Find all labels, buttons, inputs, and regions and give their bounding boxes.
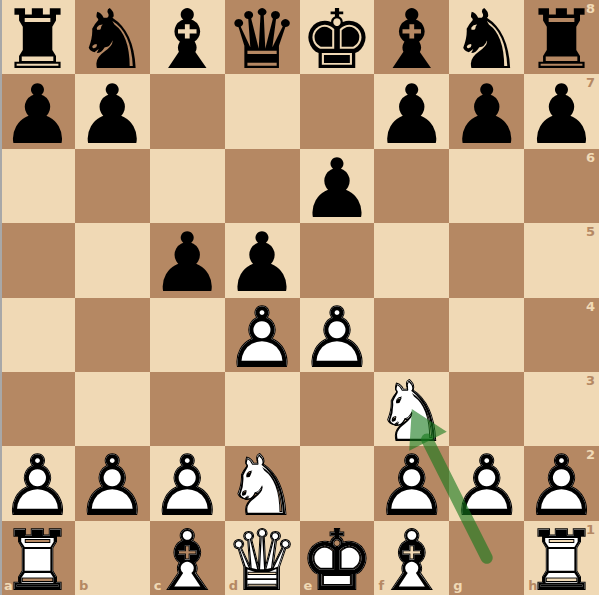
piece-outline-glyph: ♙ bbox=[75, 449, 150, 523]
square-a5[interactable] bbox=[0, 223, 75, 297]
square-d8[interactable]: ♛ bbox=[225, 0, 300, 74]
black-knight[interactable]: ♞ bbox=[449, 0, 524, 74]
square-a7[interactable]: ♟ bbox=[0, 74, 75, 148]
piece-glyph: ♟ bbox=[75, 77, 150, 151]
square-e5[interactable] bbox=[300, 223, 375, 297]
white-knight[interactable]: ♞♘ bbox=[374, 372, 449, 446]
black-knight[interactable]: ♞ bbox=[75, 0, 150, 74]
square-e8[interactable]: ♚ bbox=[300, 0, 375, 74]
piece-glyph: ♟ bbox=[524, 77, 599, 151]
black-rook[interactable]: ♜ bbox=[0, 0, 75, 74]
piece-outline-glyph: ♖ bbox=[0, 524, 75, 595]
square-f7[interactable]: ♟ bbox=[374, 74, 449, 148]
white-pawn[interactable]: ♟♙ bbox=[374, 446, 449, 520]
white-pawn[interactable]: ♟♙ bbox=[225, 298, 300, 372]
piece-glyph: ♟ bbox=[0, 449, 75, 523]
square-e1[interactable]: ♚♔ bbox=[300, 521, 375, 595]
square-b5[interactable] bbox=[75, 223, 150, 297]
piece-glyph: ♜ bbox=[0, 3, 75, 77]
square-f3[interactable]: ♞♘ bbox=[374, 372, 449, 446]
square-f2[interactable]: ♟♙ bbox=[374, 446, 449, 520]
square-g8[interactable]: ♞ bbox=[449, 0, 524, 74]
piece-glyph: ♟ bbox=[0, 77, 75, 151]
square-g6[interactable] bbox=[449, 149, 524, 223]
black-rook[interactable]: ♜ bbox=[524, 0, 599, 74]
square-f4[interactable] bbox=[374, 298, 449, 372]
piece-glyph: ♝ bbox=[374, 524, 449, 595]
square-d6[interactable] bbox=[225, 149, 300, 223]
square-b3[interactable] bbox=[75, 372, 150, 446]
square-h5[interactable] bbox=[524, 223, 599, 297]
piece-glyph: ♝ bbox=[150, 3, 225, 77]
square-g5[interactable] bbox=[449, 223, 524, 297]
square-a2[interactable]: ♟♙ bbox=[0, 446, 75, 520]
square-a6[interactable] bbox=[0, 149, 75, 223]
piece-glyph: ♞ bbox=[374, 375, 449, 449]
square-e6[interactable]: ♟ bbox=[300, 149, 375, 223]
white-king[interactable]: ♚♔ bbox=[300, 521, 375, 595]
piece-glyph: ♟ bbox=[150, 449, 225, 523]
square-b6[interactable] bbox=[75, 149, 150, 223]
square-g3[interactable] bbox=[449, 372, 524, 446]
square-a4[interactable] bbox=[0, 298, 75, 372]
square-d4[interactable]: ♟♙ bbox=[225, 298, 300, 372]
square-b1[interactable] bbox=[75, 521, 150, 595]
white-rook[interactable]: ♜♖ bbox=[524, 521, 599, 595]
white-pawn[interactable]: ♟♙ bbox=[449, 446, 524, 520]
piece-glyph: ♚ bbox=[300, 524, 375, 595]
piece-outline-glyph: ♘ bbox=[374, 375, 449, 449]
piece-glyph: ♟ bbox=[300, 152, 375, 226]
piece-glyph: ♟ bbox=[524, 449, 599, 523]
black-bishop[interactable]: ♝ bbox=[150, 0, 225, 74]
piece-glyph: ♟ bbox=[225, 301, 300, 375]
piece-glyph: ♜ bbox=[0, 524, 75, 595]
piece-outline-glyph: ♔ bbox=[300, 524, 375, 595]
square-d7[interactable] bbox=[225, 74, 300, 148]
white-pawn[interactable]: ♟♙ bbox=[75, 446, 150, 520]
piece-glyph: ♞ bbox=[225, 449, 300, 523]
piece-outline-glyph: ♗ bbox=[374, 524, 449, 595]
piece-glyph: ♜ bbox=[524, 3, 599, 77]
black-pawn[interactable]: ♟ bbox=[225, 223, 300, 297]
piece-glyph: ♚ bbox=[300, 3, 375, 77]
white-knight[interactable]: ♞♘ bbox=[225, 446, 300, 520]
square-g2[interactable]: ♟♙ bbox=[449, 446, 524, 520]
square-d5[interactable]: ♟ bbox=[225, 223, 300, 297]
piece-glyph: ♜ bbox=[524, 524, 599, 595]
square-c4[interactable] bbox=[150, 298, 225, 372]
square-f1[interactable]: ♝♗ bbox=[374, 521, 449, 595]
piece-glyph: ♟ bbox=[150, 226, 225, 300]
square-d3[interactable] bbox=[225, 372, 300, 446]
square-c2[interactable]: ♟♙ bbox=[150, 446, 225, 520]
piece-glyph: ♝ bbox=[374, 3, 449, 77]
square-a3[interactable] bbox=[0, 372, 75, 446]
square-g1[interactable] bbox=[449, 521, 524, 595]
square-b8[interactable]: ♞ bbox=[75, 0, 150, 74]
square-h1[interactable]: ♜♖ bbox=[524, 521, 599, 595]
square-f6[interactable] bbox=[374, 149, 449, 223]
piece-outline-glyph: ♙ bbox=[374, 449, 449, 523]
square-e7[interactable] bbox=[300, 74, 375, 148]
square-h7[interactable]: ♟ bbox=[524, 74, 599, 148]
square-f8[interactable]: ♝ bbox=[374, 0, 449, 74]
piece-glyph: ♟ bbox=[300, 301, 375, 375]
black-pawn[interactable]: ♟ bbox=[150, 223, 225, 297]
piece-outline-glyph: ♗ bbox=[150, 524, 225, 595]
square-g7[interactable]: ♟ bbox=[449, 74, 524, 148]
square-c5[interactable]: ♟ bbox=[150, 223, 225, 297]
piece-outline-glyph: ♙ bbox=[524, 449, 599, 523]
black-pawn[interactable]: ♟ bbox=[300, 149, 375, 223]
square-a1[interactable]: ♜♖ bbox=[0, 521, 75, 595]
square-a8[interactable]: ♜ bbox=[0, 0, 75, 74]
piece-outline-glyph: ♙ bbox=[150, 449, 225, 523]
black-pawn[interactable]: ♟ bbox=[449, 74, 524, 148]
piece-outline-glyph: ♘ bbox=[225, 449, 300, 523]
square-e2[interactable] bbox=[300, 446, 375, 520]
white-bishop[interactable]: ♝♗ bbox=[374, 521, 449, 595]
piece-glyph: ♞ bbox=[449, 3, 524, 77]
square-g4[interactable] bbox=[449, 298, 524, 372]
square-d1[interactable]: ♛♕ bbox=[225, 521, 300, 595]
square-e3[interactable] bbox=[300, 372, 375, 446]
black-queen[interactable]: ♛ bbox=[225, 0, 300, 74]
piece-outline-glyph: ♙ bbox=[300, 301, 375, 375]
square-b2[interactable]: ♟♙ bbox=[75, 446, 150, 520]
black-pawn[interactable]: ♟ bbox=[374, 74, 449, 148]
black-pawn[interactable]: ♟ bbox=[75, 74, 150, 148]
piece-glyph: ♛ bbox=[225, 524, 300, 595]
piece-glyph: ♟ bbox=[374, 77, 449, 151]
square-f5[interactable] bbox=[374, 223, 449, 297]
square-b4[interactable] bbox=[75, 298, 150, 372]
piece-glyph: ♝ bbox=[150, 524, 225, 595]
piece-glyph: ♟ bbox=[75, 449, 150, 523]
piece-glyph: ♟ bbox=[225, 226, 300, 300]
piece-outline-glyph: ♖ bbox=[524, 524, 599, 595]
black-bishop[interactable]: ♝ bbox=[374, 0, 449, 74]
square-h8[interactable]: ♜ bbox=[524, 0, 599, 74]
square-h2[interactable]: ♟♙ bbox=[524, 446, 599, 520]
piece-glyph: ♟ bbox=[449, 449, 524, 523]
piece-glyph: ♞ bbox=[75, 3, 150, 77]
square-h4[interactable] bbox=[524, 298, 599, 372]
square-c1[interactable]: ♝♗ bbox=[150, 521, 225, 595]
left-edge-strip bbox=[0, 0, 2, 595]
black-pawn[interactable]: ♟ bbox=[524, 74, 599, 148]
square-e4[interactable]: ♟♙ bbox=[300, 298, 375, 372]
piece-glyph: ♟ bbox=[374, 449, 449, 523]
square-b7[interactable]: ♟ bbox=[75, 74, 150, 148]
white-bishop[interactable]: ♝♗ bbox=[150, 521, 225, 595]
piece-outline-glyph: ♕ bbox=[225, 524, 300, 595]
square-h6[interactable] bbox=[524, 149, 599, 223]
piece-outline-glyph: ♙ bbox=[449, 449, 524, 523]
square-c6[interactable] bbox=[150, 149, 225, 223]
white-pawn[interactable]: ♟♙ bbox=[524, 446, 599, 520]
white-pawn[interactable]: ♟♙ bbox=[150, 446, 225, 520]
white-pawn[interactable]: ♟♙ bbox=[0, 446, 75, 520]
white-rook[interactable]: ♜♖ bbox=[0, 521, 75, 595]
white-queen[interactable]: ♛♕ bbox=[225, 521, 300, 595]
chess-board: ♜♞♝♛♚♝♞♜♟♟♟♟♟♟♟♟♟♙♟♙♞♘♟♙♟♙♟♙♞♘♟♙♟♙♟♙♜♖♝♗… bbox=[0, 0, 599, 595]
piece-glyph: ♟ bbox=[449, 77, 524, 151]
square-c8[interactable]: ♝ bbox=[150, 0, 225, 74]
white-pawn[interactable]: ♟♙ bbox=[300, 298, 375, 372]
black-pawn[interactable]: ♟ bbox=[0, 74, 75, 148]
piece-outline-glyph: ♙ bbox=[0, 449, 75, 523]
square-c3[interactable] bbox=[150, 372, 225, 446]
black-king[interactable]: ♚ bbox=[300, 0, 375, 74]
piece-outline-glyph: ♙ bbox=[225, 301, 300, 375]
piece-glyph: ♛ bbox=[225, 3, 300, 77]
square-d2[interactable]: ♞♘ bbox=[225, 446, 300, 520]
square-h3[interactable] bbox=[524, 372, 599, 446]
square-c7[interactable] bbox=[150, 74, 225, 148]
